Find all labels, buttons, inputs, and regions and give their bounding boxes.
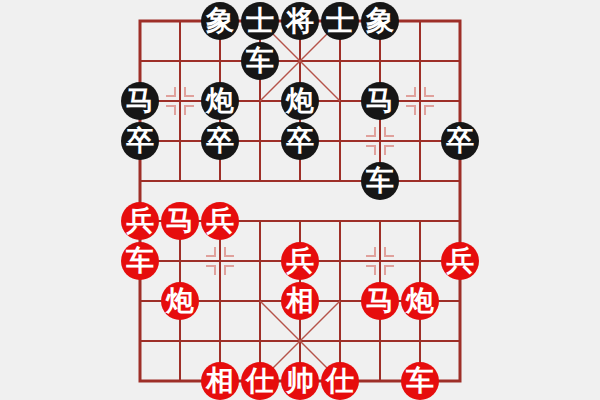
point-f2[interactable] <box>320 321 360 361</box>
piece-red-chariot[interactable]: 车 <box>401 362 439 400</box>
point-d9[interactable]: 车 <box>240 41 280 81</box>
point-i8[interactable] <box>440 81 480 121</box>
point-i9[interactable] <box>440 41 480 81</box>
point-d7[interactable] <box>240 121 280 161</box>
point-h3[interactable]: 炮 <box>400 281 440 321</box>
piece-red-horse[interactable]: 马 <box>361 282 399 320</box>
point-e5[interactable] <box>280 201 320 241</box>
point-g9[interactable] <box>360 41 400 81</box>
point-d8[interactable] <box>240 81 280 121</box>
piece-red-cannon[interactable]: 炮 <box>401 282 439 320</box>
point-d6[interactable] <box>240 161 280 201</box>
piece-black-advisor[interactable]: 士 <box>321 2 359 40</box>
point-g4[interactable] <box>360 241 400 281</box>
point-c9[interactable] <box>200 41 240 81</box>
piece-black-soldier[interactable]: 卒 <box>121 122 159 160</box>
point-f3[interactable] <box>320 281 360 321</box>
piece-red-soldier[interactable]: 兵 <box>121 202 159 240</box>
piece-red-elephant[interactable]: 相 <box>281 282 319 320</box>
piece-black-elephant[interactable]: 象 <box>201 2 239 40</box>
point-b1[interactable] <box>160 361 200 400</box>
point-h8[interactable] <box>400 81 440 121</box>
point-c10[interactable]: 象 <box>200 1 240 41</box>
point-c3[interactable] <box>200 281 240 321</box>
point-g8[interactable]: 马 <box>360 81 400 121</box>
piece-red-horse[interactable]: 马 <box>161 202 199 240</box>
piece-red-soldier[interactable]: 兵 <box>281 242 319 280</box>
point-e8[interactable]: 炮 <box>280 81 320 121</box>
xiangqi-board: 象士将士象车马炮炮马卒卒卒卒车兵马兵车兵兵炮相马炮相仕帅仕车 <box>120 1 480 400</box>
piece-black-general[interactable]: 将 <box>281 2 319 40</box>
point-h10[interactable] <box>400 1 440 41</box>
piece-black-soldier[interactable]: 卒 <box>441 122 479 160</box>
point-g1[interactable] <box>360 361 400 400</box>
point-d1[interactable]: 仕 <box>240 361 280 400</box>
point-c8[interactable]: 炮 <box>200 81 240 121</box>
point-b10[interactable] <box>160 1 200 41</box>
point-a9[interactable] <box>120 41 160 81</box>
point-f4[interactable] <box>320 241 360 281</box>
point-i3[interactable] <box>440 281 480 321</box>
piece-black-cannon[interactable]: 炮 <box>281 82 319 120</box>
point-g3[interactable]: 马 <box>360 281 400 321</box>
point-e7[interactable]: 卒 <box>280 121 320 161</box>
point-e10[interactable]: 将 <box>280 1 320 41</box>
piece-red-cannon[interactable]: 炮 <box>161 282 199 320</box>
point-d3[interactable] <box>240 281 280 321</box>
point-b5[interactable]: 马 <box>160 201 200 241</box>
point-d10[interactable]: 士 <box>240 1 280 41</box>
point-e1[interactable]: 帅 <box>280 361 320 400</box>
point-b4[interactable] <box>160 241 200 281</box>
point-c1[interactable]: 相 <box>200 361 240 400</box>
point-g5[interactable] <box>360 201 400 241</box>
point-g7[interactable] <box>360 121 400 161</box>
point-h6[interactable] <box>400 161 440 201</box>
piece-black-chariot[interactable]: 车 <box>241 42 279 80</box>
point-b8[interactable] <box>160 81 200 121</box>
point-i2[interactable] <box>440 321 480 361</box>
point-a5[interactable]: 兵 <box>120 201 160 241</box>
point-f9[interactable] <box>320 41 360 81</box>
point-h2[interactable] <box>400 321 440 361</box>
point-d5[interactable] <box>240 201 280 241</box>
point-e3[interactable]: 相 <box>280 281 320 321</box>
xiangqi-game-screen: 象士将士象车马炮炮马卒卒卒卒车兵马兵车兵兵炮相马炮相仕帅仕车 <box>0 0 600 400</box>
point-f6[interactable] <box>320 161 360 201</box>
point-f7[interactable] <box>320 121 360 161</box>
point-e4[interactable]: 兵 <box>280 241 320 281</box>
point-b2[interactable] <box>160 321 200 361</box>
piece-red-advisor[interactable]: 仕 <box>241 362 279 400</box>
piece-red-soldier[interactable]: 兵 <box>201 202 239 240</box>
point-b3[interactable]: 炮 <box>160 281 200 321</box>
point-e9[interactable] <box>280 41 320 81</box>
point-a2[interactable] <box>120 321 160 361</box>
point-a3[interactable] <box>120 281 160 321</box>
point-b6[interactable] <box>160 161 200 201</box>
point-f8[interactable] <box>320 81 360 121</box>
point-a10[interactable] <box>120 1 160 41</box>
piece-black-cannon[interactable]: 炮 <box>201 82 239 120</box>
point-h1[interactable]: 车 <box>400 361 440 400</box>
piece-black-elephant[interactable]: 象 <box>361 2 399 40</box>
point-e6[interactable] <box>280 161 320 201</box>
point-a8[interactable]: 马 <box>120 81 160 121</box>
point-i4[interactable]: 兵 <box>440 241 480 281</box>
point-i7[interactable]: 卒 <box>440 121 480 161</box>
piece-black-horse[interactable]: 马 <box>121 82 159 120</box>
point-f5[interactable] <box>320 201 360 241</box>
point-d2[interactable] <box>240 321 280 361</box>
piece-black-horse[interactable]: 马 <box>361 82 399 120</box>
point-g2[interactable] <box>360 321 400 361</box>
point-f10[interactable]: 士 <box>320 1 360 41</box>
piece-black-chariot[interactable]: 车 <box>361 162 399 200</box>
point-a7[interactable]: 卒 <box>120 121 160 161</box>
point-i10[interactable] <box>440 1 480 41</box>
point-b9[interactable] <box>160 41 200 81</box>
point-g10[interactable]: 象 <box>360 1 400 41</box>
piece-red-elephant[interactable]: 相 <box>201 362 239 400</box>
point-c2[interactable] <box>200 321 240 361</box>
point-h5[interactable] <box>400 201 440 241</box>
point-b7[interactable] <box>160 121 200 161</box>
piece-black-advisor[interactable]: 士 <box>241 2 279 40</box>
point-c5[interactable]: 兵 <box>200 201 240 241</box>
point-d4[interactable] <box>240 241 280 281</box>
point-h7[interactable] <box>400 121 440 161</box>
point-c6[interactable] <box>200 161 240 201</box>
piece-red-advisor[interactable]: 仕 <box>321 362 359 400</box>
piece-black-soldier[interactable]: 卒 <box>281 122 319 160</box>
point-a1[interactable] <box>120 361 160 400</box>
point-i6[interactable] <box>440 161 480 201</box>
point-i5[interactable] <box>440 201 480 241</box>
piece-red-chariot[interactable]: 车 <box>121 242 159 280</box>
point-a6[interactable] <box>120 161 160 201</box>
piece-red-soldier[interactable]: 兵 <box>441 242 479 280</box>
point-i1[interactable] <box>440 361 480 400</box>
point-a4[interactable]: 车 <box>120 241 160 281</box>
point-c4[interactable] <box>200 241 240 281</box>
piece-red-general[interactable]: 帅 <box>281 362 319 400</box>
point-g6[interactable]: 车 <box>360 161 400 201</box>
point-c7[interactable]: 卒 <box>200 121 240 161</box>
point-h4[interactable] <box>400 241 440 281</box>
point-f1[interactable]: 仕 <box>320 361 360 400</box>
point-e2[interactable] <box>280 321 320 361</box>
point-h9[interactable] <box>400 41 440 81</box>
piece-black-soldier[interactable]: 卒 <box>201 122 239 160</box>
